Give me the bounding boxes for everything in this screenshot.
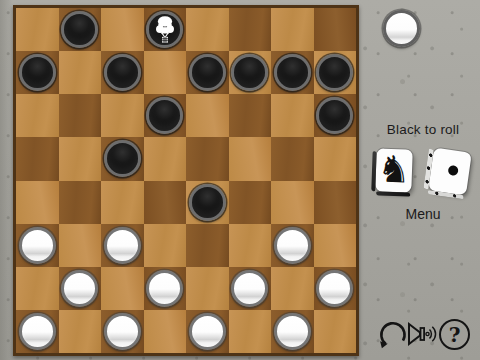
black-checker[interactable]: [189, 184, 226, 221]
board-square[interactable]: [229, 267, 272, 310]
checkers-board: [13, 5, 359, 356]
board-square[interactable]: [101, 224, 144, 267]
menu-button[interactable]: Menu: [366, 206, 480, 222]
board-square[interactable]: [229, 137, 272, 180]
die-pip: [447, 165, 458, 176]
board-square[interactable]: [271, 267, 314, 310]
footer-toolbar: ?: [374, 313, 474, 355]
game-window: Black to roll ♞ Menu ?: [0, 0, 480, 360]
black-checker[interactable]: [61, 11, 98, 48]
white-checker[interactable]: [316, 270, 353, 307]
board-square[interactable]: [144, 310, 187, 353]
board-square[interactable]: [186, 137, 229, 180]
black-checker[interactable]: [274, 54, 311, 91]
white-checker[interactable]: [146, 270, 183, 307]
board-square[interactable]: [314, 181, 357, 224]
white-checker[interactable]: [19, 313, 56, 350]
board-square[interactable]: [229, 310, 272, 353]
board-square[interactable]: [186, 181, 229, 224]
board-square[interactable]: [144, 224, 187, 267]
board-square[interactable]: [101, 51, 144, 94]
board-square[interactable]: [144, 137, 187, 180]
white-checker[interactable]: [189, 313, 226, 350]
board-square[interactable]: [59, 267, 102, 310]
board-square[interactable]: [16, 137, 59, 180]
dice-area: ♞: [372, 148, 476, 198]
board-square[interactable]: [16, 94, 59, 137]
board-square[interactable]: [59, 310, 102, 353]
board-square[interactable]: [314, 51, 357, 94]
board-square[interactable]: [59, 181, 102, 224]
board-square[interactable]: [144, 94, 187, 137]
board-square[interactable]: [16, 51, 59, 94]
number-die[interactable]: [428, 148, 472, 196]
board-square[interactable]: [229, 181, 272, 224]
white-checker[interactable]: [104, 227, 141, 264]
board-square[interactable]: [314, 267, 357, 310]
board-square[interactable]: [59, 94, 102, 137]
board-square[interactable]: [16, 267, 59, 310]
board-square[interactable]: [101, 267, 144, 310]
board-square[interactable]: [186, 94, 229, 137]
board-square[interactable]: [271, 310, 314, 353]
board-square[interactable]: [271, 94, 314, 137]
board-square[interactable]: [16, 181, 59, 224]
black-checker[interactable]: [189, 54, 226, 91]
undo-icon[interactable]: [376, 317, 410, 351]
board-square[interactable]: [271, 137, 314, 180]
board-square[interactable]: [101, 8, 144, 51]
board-square[interactable]: [314, 137, 357, 180]
white-checker[interactable]: [274, 313, 311, 350]
board-square[interactable]: [314, 224, 357, 267]
black-checker[interactable]: [316, 54, 353, 91]
board-square[interactable]: [144, 8, 187, 51]
board-square[interactable]: [101, 310, 144, 353]
sound-icon[interactable]: [406, 315, 442, 353]
board-square[interactable]: [229, 51, 272, 94]
board-square[interactable]: [59, 8, 102, 51]
board-square[interactable]: [144, 51, 187, 94]
board-square[interactable]: [314, 310, 357, 353]
board-square[interactable]: [59, 51, 102, 94]
board-square[interactable]: [101, 181, 144, 224]
black-checker[interactable]: [19, 54, 56, 91]
board-square[interactable]: [271, 181, 314, 224]
board-square[interactable]: [144, 267, 187, 310]
help-icon[interactable]: ?: [439, 319, 470, 350]
board-square[interactable]: [186, 267, 229, 310]
black-checker-balloon[interactable]: [146, 11, 183, 48]
black-checker[interactable]: [146, 97, 183, 134]
board-square[interactable]: [186, 224, 229, 267]
white-checker[interactable]: [231, 270, 268, 307]
help-question-mark: ?: [449, 323, 461, 347]
status-text: Black to roll: [366, 122, 480, 137]
balloon-icon: [153, 15, 177, 44]
white-checker[interactable]: [61, 270, 98, 307]
board-square[interactable]: [229, 224, 272, 267]
board-square[interactable]: [144, 181, 187, 224]
knight-icon: ♞: [377, 150, 411, 188]
black-checker[interactable]: [104, 140, 141, 177]
board-square[interactable]: [59, 224, 102, 267]
board-square[interactable]: [16, 224, 59, 267]
white-checker[interactable]: [19, 227, 56, 264]
board-square[interactable]: [229, 8, 272, 51]
board-square[interactable]: [101, 137, 144, 180]
board-square[interactable]: [59, 137, 102, 180]
board-square[interactable]: [186, 310, 229, 353]
board-square[interactable]: [16, 8, 59, 51]
white-checker[interactable]: [274, 227, 311, 264]
board-square[interactable]: [271, 224, 314, 267]
board-square[interactable]: [229, 94, 272, 137]
board-square[interactable]: [186, 51, 229, 94]
board-square[interactable]: [16, 310, 59, 353]
black-checker[interactable]: [316, 97, 353, 134]
white-checker[interactable]: [104, 313, 141, 350]
board-square[interactable]: [101, 94, 144, 137]
knight-die[interactable]: ♞: [375, 148, 412, 192]
board-square[interactable]: [186, 8, 229, 51]
black-checker[interactable]: [104, 54, 141, 91]
board-square[interactable]: [271, 51, 314, 94]
board-square[interactable]: [271, 8, 314, 51]
board-square[interactable]: [314, 94, 357, 137]
board-square[interactable]: [314, 8, 357, 51]
white-checker-indicator: [383, 10, 420, 47]
black-checker[interactable]: [231, 54, 268, 91]
